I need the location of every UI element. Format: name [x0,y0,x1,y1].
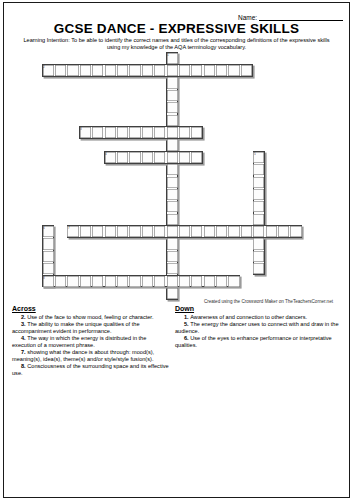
clue-item: 7. showing what the dance is about throu… [12,349,169,362]
grid-cell[interactable] [228,276,239,287]
grid-cell[interactable] [179,226,190,237]
grid-cell[interactable] [80,226,91,237]
grid-cell[interactable] [117,127,128,138]
grid-cell[interactable] [167,201,178,212]
grid-cell[interactable]: 8 [43,276,54,287]
clue-number: 6 [43,226,45,229]
grid-cell[interactable] [92,65,103,76]
grid-cell[interactable] [154,152,165,163]
grid-cell[interactable] [167,77,178,88]
clue-number: 3 [80,127,82,130]
grid-cell[interactable] [191,65,202,76]
grid-cell[interactable] [253,201,264,212]
grid-cell[interactable] [167,263,178,274]
grid-cell[interactable] [167,115,178,126]
grid-cell[interactable] [253,189,264,200]
page-title: GCSE DANCE - EXPRESSIVE SKILLS [0,21,353,36]
clue-item: 3. The ability to make the unique qualit… [12,321,169,334]
worksheet-page: { "page": { "name_label": "Name:", "titl… [0,0,353,500]
clue-number: 4 [105,152,107,155]
grid-cell[interactable] [216,226,227,237]
grid-cell[interactable] [167,189,178,200]
grid-cell[interactable] [167,214,178,225]
grid-cell[interactable] [129,226,140,237]
grid-cell[interactable] [67,276,78,287]
grid-cell[interactable] [191,152,202,163]
grid-cell[interactable] [167,226,178,237]
grid-cell[interactable] [167,127,178,138]
grid-cell[interactable] [179,152,190,163]
grid-cell[interactable] [117,276,128,287]
grid-cell[interactable] [117,152,128,163]
grid-cell[interactable] [43,238,54,249]
across-header: Across [12,305,169,312]
attribution-text: Created using the Crossword Maker on The… [204,299,333,304]
grid-cell[interactable] [216,65,227,76]
grid-cell[interactable] [80,65,91,76]
grid-cell[interactable] [154,226,165,237]
clue-item: 6. Use of the eyes to enhance performanc… [175,335,344,348]
clue-item: 1. Awareness of and connection to other … [175,314,344,321]
clue-number: 8 [43,276,45,279]
grid-cell[interactable] [253,226,264,237]
down-header: Down [175,305,344,312]
grid-cell[interactable] [179,127,190,138]
grid-cell[interactable] [105,65,116,76]
grid-cell[interactable] [105,127,116,138]
across-clues: Across 2. Use of the face to show mood, … [12,305,175,377]
grid-cell[interactable]: 3 [80,127,91,138]
grid-cell[interactable] [43,251,54,262]
grid-cell[interactable] [142,276,153,287]
grid-cell[interactable] [253,214,264,225]
grid-cell[interactable] [191,127,202,138]
clue-item: 4. The way in which the energy is distri… [12,335,169,348]
grid-cell[interactable] [290,226,301,237]
grid-cell[interactable] [216,276,227,287]
grid-cell[interactable] [167,164,178,175]
grid-cell[interactable] [92,276,103,287]
grid-cell[interactable] [167,177,178,188]
grid-cell[interactable] [167,152,178,163]
name-row: Name: [238,13,343,21]
grid-cell[interactable] [167,238,178,249]
grid-cell[interactable] [117,65,128,76]
grid-cell[interactable] [191,276,202,287]
clue-number: 2 [43,65,45,68]
grid-cell[interactable] [266,226,277,237]
grid-cell[interactable] [253,238,264,249]
clue-item: 5. The energy the dancer uses to connect… [175,321,344,334]
learning-intention: Learning Intention: To be able to identi… [18,37,335,50]
grid-cell[interactable] [43,263,54,274]
grid-cell[interactable] [241,65,252,76]
grid-cell[interactable] [167,90,178,101]
grid-cell[interactable] [204,276,215,287]
grid-cell[interactable] [142,65,153,76]
grid-cell[interactable]: 1 [167,53,178,64]
across-clue-list: 2. Use of the face to show mood, feeling… [12,314,169,376]
grid-cell[interactable] [92,226,103,237]
clue-section: Across 2. Use of the face to show mood, … [12,305,344,377]
grid-cell[interactable]: 2 [43,65,54,76]
grid-cell[interactable]: 7 [67,226,78,237]
grid-cell[interactable] [92,127,103,138]
grid-cell[interactable] [129,276,140,287]
clue-number: 7 [68,226,70,229]
grid-cell[interactable] [204,226,215,237]
grid-cell[interactable]: 4 [105,152,116,163]
grid-cell[interactable] [167,288,178,299]
grid-cell[interactable] [179,276,190,287]
grid-cell[interactable] [191,226,202,237]
grid-cell[interactable] [167,276,178,287]
clue-item: 8. Consciousness of the surrounding spac… [12,363,169,376]
grid-cell[interactable] [278,226,289,237]
grid-cell[interactable]: 6 [43,226,54,237]
grid-cell[interactable] [105,276,116,287]
grid-cell[interactable] [241,226,252,237]
grid-cell[interactable] [105,226,116,237]
clue-number: 1 [167,53,169,56]
grid-cell[interactable] [228,226,239,237]
grid-cell[interactable] [228,65,239,76]
name-input-line[interactable] [259,13,343,21]
down-clue-list: 1. Awareness of and connection to other … [175,314,344,349]
grid-cell[interactable] [154,276,165,287]
grid-cell[interactable] [167,65,178,76]
grid-cell[interactable] [55,65,66,76]
grid-cell[interactable] [142,226,153,237]
grid-cell[interactable]: 5 [253,152,264,163]
grid-cell[interactable] [204,65,215,76]
grid-cell[interactable] [167,251,178,262]
grid-cell[interactable] [129,152,140,163]
grid-cell[interactable] [253,164,264,175]
grid-cell[interactable] [154,65,165,76]
clue-number: 5 [254,152,256,155]
down-clues: Down 1. Awareness of and connection to o… [175,305,344,377]
grid-cell[interactable] [117,226,128,237]
grid-cell[interactable] [154,127,165,138]
grid-cell[interactable] [167,139,178,150]
grid-cell[interactable] [167,102,178,113]
grid-cell[interactable] [55,276,66,287]
grid-cell[interactable] [80,276,91,287]
grid-cell[interactable] [179,65,190,76]
grid-cell[interactable] [253,177,264,188]
grid-cell[interactable] [253,263,264,274]
grid-cell[interactable] [142,127,153,138]
name-label: Name: [238,14,257,21]
grid-cell[interactable] [67,65,78,76]
grid-cell[interactable] [129,65,140,76]
crossword-grid: 12345687 [42,52,302,300]
grid-cell[interactable] [129,127,140,138]
grid-cell[interactable] [142,152,153,163]
grid-cell[interactable] [253,251,264,262]
clue-item: 2. Use of the face to show mood, feeling… [12,314,169,321]
